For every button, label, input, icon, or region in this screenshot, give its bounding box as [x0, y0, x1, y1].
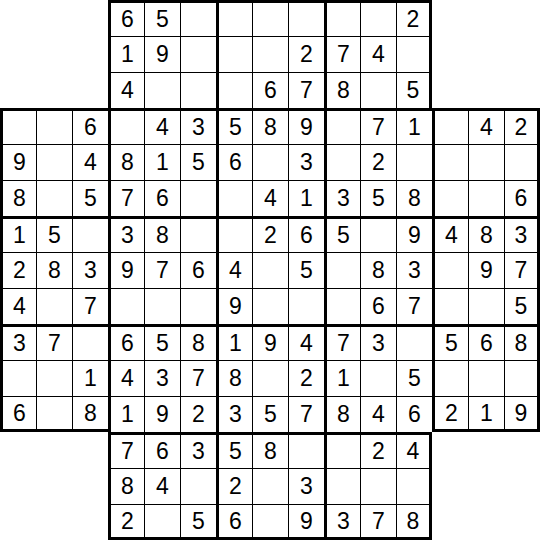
cell-r15c11[interactable]: 7: [360, 504, 396, 540]
cell-r8c6[interactable]: 6: [180, 252, 216, 288]
cell-r7c11[interactable]: [360, 216, 396, 252]
cell-r14c15: [504, 468, 540, 504]
cell-r5c3[interactable]: 4: [72, 144, 108, 180]
cell-r11c7[interactable]: 8: [216, 360, 252, 396]
cell-r3c9[interactable]: 7: [288, 72, 324, 108]
cell-r15c1: [0, 504, 36, 540]
cell-r15c2: [36, 504, 72, 540]
cell-r13c10[interactable]: [324, 432, 360, 468]
cell-r4c4[interactable]: [108, 108, 144, 144]
cell-r11c10[interactable]: 1: [324, 360, 360, 396]
cell-r2c5[interactable]: 9: [144, 36, 180, 72]
cell-r1c13: [432, 0, 468, 36]
cell-r4c15[interactable]: 2: [504, 108, 540, 144]
cell-r2c6[interactable]: [180, 36, 216, 72]
cell-r13c8[interactable]: 8: [252, 432, 288, 468]
cell-r6c8[interactable]: 4: [252, 180, 288, 216]
cell-r14c4[interactable]: 8: [108, 468, 144, 504]
cell-r14c9[interactable]: 3: [288, 468, 324, 504]
cross-sudoku-board: 6521927446785643589714294815632857641358…: [0, 0, 540, 540]
cell-r1c9[interactable]: [288, 0, 324, 36]
cell-r2c15: [504, 36, 540, 72]
cell-r15c13: [432, 504, 468, 540]
cell-r9c7[interactable]: 9: [216, 288, 252, 324]
cell-r6c14[interactable]: [468, 180, 504, 216]
cell-r14c6[interactable]: [180, 468, 216, 504]
cell-r7c13[interactable]: 4: [432, 216, 468, 252]
cell-r12c1[interactable]: 6: [0, 396, 36, 432]
cell-r9c8[interactable]: [252, 288, 288, 324]
cell-r14c14: [468, 468, 504, 504]
cell-r7c4[interactable]: 3: [108, 216, 144, 252]
cell-r7c8[interactable]: 2: [252, 216, 288, 252]
cell-r12c9[interactable]: 7: [288, 396, 324, 432]
cell-r10c5[interactable]: 5: [144, 324, 180, 360]
cell-r6c7[interactable]: [216, 180, 252, 216]
cell-r3c14: [468, 72, 504, 108]
cell-r6c4[interactable]: 7: [108, 180, 144, 216]
cell-r15c4[interactable]: 2: [108, 504, 144, 540]
cell-r2c12[interactable]: [396, 36, 432, 72]
cell-r2c3: [72, 36, 108, 72]
cell-r14c13: [432, 468, 468, 504]
cell-r9c12[interactable]: 7: [396, 288, 432, 324]
cell-r7c12[interactable]: 9: [396, 216, 432, 252]
cell-r14c11[interactable]: [360, 468, 396, 504]
cell-r8c14[interactable]: 9: [468, 252, 504, 288]
cell-r13c15: [504, 432, 540, 468]
cell-r1c8[interactable]: [252, 0, 288, 36]
cell-r3c13: [432, 72, 468, 108]
cell-r12c12[interactable]: 6: [396, 396, 432, 432]
cell-r4c9[interactable]: 9: [288, 108, 324, 144]
cell-r13c6[interactable]: 3: [180, 432, 216, 468]
cell-r6c12[interactable]: 8: [396, 180, 432, 216]
cell-r3c4[interactable]: 4: [108, 72, 144, 108]
cell-r10c12[interactable]: [396, 324, 432, 360]
cell-r10c3[interactable]: [72, 324, 108, 360]
cell-r14c1: [0, 468, 36, 504]
cell-r13c13: [432, 432, 468, 468]
cell-r15c14: [468, 504, 504, 540]
cell-r1c15: [504, 0, 540, 36]
cell-r10c10[interactable]: 7: [324, 324, 360, 360]
cell-r13c2: [36, 432, 72, 468]
cell-r13c7[interactable]: 5: [216, 432, 252, 468]
cell-r8c9[interactable]: 5: [288, 252, 324, 288]
cell-r5c11[interactable]: 2: [360, 144, 396, 180]
cell-r13c9[interactable]: [288, 432, 324, 468]
cell-r12c15[interactable]: 9: [504, 396, 540, 432]
cell-r15c6[interactable]: 5: [180, 504, 216, 540]
cell-r8c7[interactable]: 4: [216, 252, 252, 288]
cell-r5c13[interactable]: [432, 144, 468, 180]
cell-r10c4[interactable]: 6: [108, 324, 144, 360]
cell-r10c13[interactable]: 5: [432, 324, 468, 360]
cell-r3c2: [36, 72, 72, 108]
cell-r10c9[interactable]: 4: [288, 324, 324, 360]
cell-r12c5[interactable]: 9: [144, 396, 180, 432]
cell-r14c3: [72, 468, 108, 504]
puzzle-page: 6521927446785643589714294815632857641358…: [0, 0, 541, 541]
cell-r11c14[interactable]: [468, 360, 504, 396]
cell-r9c3[interactable]: 7: [72, 288, 108, 324]
cell-r7c2[interactable]: 5: [36, 216, 72, 252]
cell-r2c4[interactable]: 1: [108, 36, 144, 72]
cell-r6c3[interactable]: 5: [72, 180, 108, 216]
cell-r10c11[interactable]: 3: [360, 324, 396, 360]
cell-r1c3: [72, 0, 108, 36]
cell-r2c9[interactable]: 2: [288, 36, 324, 72]
cell-r14c5[interactable]: 4: [144, 468, 180, 504]
cell-r5c5[interactable]: 1: [144, 144, 180, 180]
cell-r3c3: [72, 72, 108, 108]
cell-r12c2[interactable]: [36, 396, 72, 432]
cell-r11c6[interactable]: 7: [180, 360, 216, 396]
cell-r2c14: [468, 36, 504, 72]
cell-r8c2[interactable]: 8: [36, 252, 72, 288]
cell-r15c15: [504, 504, 540, 540]
cell-r9c15[interactable]: 5: [504, 288, 540, 324]
cell-r9c9[interactable]: [288, 288, 324, 324]
cell-r3c12[interactable]: 5: [396, 72, 432, 108]
cell-r6c5[interactable]: 6: [144, 180, 180, 216]
cell-r12c3[interactable]: 8: [72, 396, 108, 432]
cell-r2c13: [432, 36, 468, 72]
cell-r14c2: [36, 468, 72, 504]
cell-r1c1: [0, 0, 36, 36]
cell-r7c6[interactable]: [180, 216, 216, 252]
cell-r7c5[interactable]: 8: [144, 216, 180, 252]
cell-r6c13[interactable]: [432, 180, 468, 216]
cell-r8c11[interactable]: 8: [360, 252, 396, 288]
cell-r15c12[interactable]: 8: [396, 504, 432, 540]
cell-r15c7[interactable]: 6: [216, 504, 252, 540]
cell-r5c12[interactable]: [396, 144, 432, 180]
cell-r3c5[interactable]: [144, 72, 180, 108]
cell-r11c12[interactable]: 5: [396, 360, 432, 396]
cell-r7c9[interactable]: 6: [288, 216, 324, 252]
cell-r11c3[interactable]: 1: [72, 360, 108, 396]
cell-r15c10[interactable]: 3: [324, 504, 360, 540]
cell-r1c12[interactable]: 2: [396, 0, 432, 36]
cell-r10c6[interactable]: 8: [180, 324, 216, 360]
cell-r3c7[interactable]: [216, 72, 252, 108]
cell-r9c5[interactable]: [144, 288, 180, 324]
cell-r9c4[interactable]: [108, 288, 144, 324]
cell-r10c14[interactable]: 6: [468, 324, 504, 360]
cell-r8c12[interactable]: 3: [396, 252, 432, 288]
cell-r5c2[interactable]: [36, 144, 72, 180]
cell-r13c4[interactable]: 7: [108, 432, 144, 468]
cell-r4c13[interactable]: [432, 108, 468, 144]
cell-r12c4[interactable]: 1: [108, 396, 144, 432]
cell-r15c3: [72, 504, 108, 540]
cell-r6c15[interactable]: 6: [504, 180, 540, 216]
cell-r4c12[interactable]: 1: [396, 108, 432, 144]
cell-r11c8[interactable]: [252, 360, 288, 396]
cell-r5c14[interactable]: [468, 144, 504, 180]
cell-r8c5[interactable]: 7: [144, 252, 180, 288]
cell-r12c14[interactable]: 1: [468, 396, 504, 432]
cell-r7c15[interactable]: 3: [504, 216, 540, 252]
cell-r13c5[interactable]: 6: [144, 432, 180, 468]
cell-r9c6[interactable]: [180, 288, 216, 324]
cell-r5c10[interactable]: [324, 144, 360, 180]
cell-r9c1[interactable]: 4: [0, 288, 36, 324]
cell-r13c3: [72, 432, 108, 468]
cell-r4c5[interactable]: 4: [144, 108, 180, 144]
cell-r1c11[interactable]: [360, 0, 396, 36]
cell-r2c8[interactable]: [252, 36, 288, 72]
cell-r8c15[interactable]: 7: [504, 252, 540, 288]
cell-r9c11[interactable]: 6: [360, 288, 396, 324]
cell-r14c10[interactable]: [324, 468, 360, 504]
cell-r6c2[interactable]: [36, 180, 72, 216]
cell-r11c11[interactable]: [360, 360, 396, 396]
cell-r13c12[interactable]: 4: [396, 432, 432, 468]
cell-r3c8[interactable]: 6: [252, 72, 288, 108]
cell-r1c6[interactable]: [180, 0, 216, 36]
cell-r15c8[interactable]: [252, 504, 288, 540]
cell-r5c4[interactable]: 8: [108, 144, 144, 180]
cell-r3c10[interactable]: 8: [324, 72, 360, 108]
cell-r6c11[interactable]: 5: [360, 180, 396, 216]
cell-r15c5[interactable]: [144, 504, 180, 540]
cell-r15c9[interactable]: 9: [288, 504, 324, 540]
cell-r11c9[interactable]: 2: [288, 360, 324, 396]
cell-r1c10[interactable]: [324, 0, 360, 36]
cell-r9c2[interactable]: [36, 288, 72, 324]
cell-r10c2[interactable]: 7: [36, 324, 72, 360]
cell-r10c15[interactable]: 8: [504, 324, 540, 360]
cell-r2c7[interactable]: [216, 36, 252, 72]
cell-r13c11[interactable]: 2: [360, 432, 396, 468]
cell-r14c8[interactable]: [252, 468, 288, 504]
cell-r12c11[interactable]: 4: [360, 396, 396, 432]
cell-r3c6[interactable]: [180, 72, 216, 108]
cell-r8c3[interactable]: 3: [72, 252, 108, 288]
cell-r3c1: [0, 72, 36, 108]
cell-r3c15: [504, 72, 540, 108]
cell-r11c13[interactable]: [432, 360, 468, 396]
cell-r9c13[interactable]: [432, 288, 468, 324]
cell-r12c7[interactable]: 3: [216, 396, 252, 432]
cell-r5c8[interactable]: [252, 144, 288, 180]
cell-r12c10[interactable]: 8: [324, 396, 360, 432]
cell-r4c10[interactable]: [324, 108, 360, 144]
cell-r6c6[interactable]: [180, 180, 216, 216]
cell-r2c2: [36, 36, 72, 72]
cell-r12c8[interactable]: 5: [252, 396, 288, 432]
cell-r8c4[interactable]: 9: [108, 252, 144, 288]
cell-r6c10[interactable]: 3: [324, 180, 360, 216]
cell-r8c8[interactable]: [252, 252, 288, 288]
cell-r12c6[interactable]: 2: [180, 396, 216, 432]
cell-r11c1[interactable]: [0, 360, 36, 396]
cell-r13c14: [468, 432, 504, 468]
cell-r14c12[interactable]: [396, 468, 432, 504]
cell-r8c13[interactable]: [432, 252, 468, 288]
cell-r5c1[interactable]: 9: [0, 144, 36, 180]
cell-r10c1[interactable]: 3: [0, 324, 36, 360]
cell-r11c15[interactable]: [504, 360, 540, 396]
cell-r4c1[interactable]: [0, 108, 36, 144]
cell-r7c1[interactable]: 1: [0, 216, 36, 252]
cell-r4c2[interactable]: [36, 108, 72, 144]
cell-r1c4[interactable]: 6: [108, 0, 144, 36]
cell-r4c7[interactable]: 5: [216, 108, 252, 144]
cell-r7c14[interactable]: 8: [468, 216, 504, 252]
cell-r8c1[interactable]: 2: [0, 252, 36, 288]
cell-r11c5[interactable]: 3: [144, 360, 180, 396]
cell-r5c7[interactable]: 6: [216, 144, 252, 180]
cell-r1c5[interactable]: 5: [144, 0, 180, 36]
cell-r9c14[interactable]: [468, 288, 504, 324]
cell-r7c10[interactable]: 5: [324, 216, 360, 252]
cell-r1c7[interactable]: [216, 0, 252, 36]
cell-r11c2[interactable]: [36, 360, 72, 396]
cell-r14c7[interactable]: 2: [216, 468, 252, 504]
cell-r3c11[interactable]: [360, 72, 396, 108]
cell-r4c3[interactable]: 6: [72, 108, 108, 144]
cell-r9c10[interactable]: [324, 288, 360, 324]
cell-r2c10[interactable]: 7: [324, 36, 360, 72]
cell-r4c14[interactable]: 4: [468, 108, 504, 144]
cell-r6c1[interactable]: 8: [0, 180, 36, 216]
cell-r2c11[interactable]: 4: [360, 36, 396, 72]
cell-r11c4[interactable]: 4: [108, 360, 144, 396]
cell-r13c1: [0, 432, 36, 468]
cell-r4c6[interactable]: 3: [180, 108, 216, 144]
cell-r10c7[interactable]: 1: [216, 324, 252, 360]
cell-r1c2: [36, 0, 72, 36]
cell-r7c3[interactable]: [72, 216, 108, 252]
cell-r5c9[interactable]: 3: [288, 144, 324, 180]
cell-r1c14: [468, 0, 504, 36]
cell-r5c6[interactable]: 5: [180, 144, 216, 180]
cell-r2c1: [0, 36, 36, 72]
cell-r12c13[interactable]: 2: [432, 396, 468, 432]
cell-r4c11[interactable]: 7: [360, 108, 396, 144]
cell-r5c15[interactable]: [504, 144, 540, 180]
cell-r7c7[interactable]: [216, 216, 252, 252]
cell-r8c10[interactable]: [324, 252, 360, 288]
cell-r10c8[interactable]: 9: [252, 324, 288, 360]
cell-r4c8[interactable]: 8: [252, 108, 288, 144]
cell-r6c9[interactable]: 1: [288, 180, 324, 216]
